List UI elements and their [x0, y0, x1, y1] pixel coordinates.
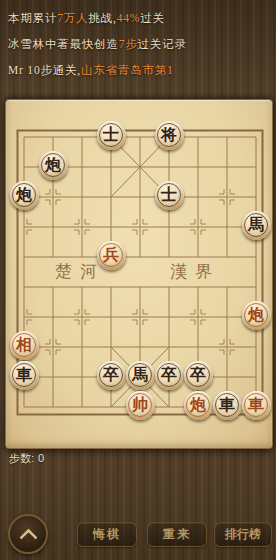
app-screen: 本期累计7万人挑战,44%过关 冰雪林中著最快创造7步过关记录 Mr 10步通关…	[0, 0, 276, 560]
text-segment: 冰雪林中著最快创造	[8, 38, 119, 50]
chevron-up-icon	[19, 528, 37, 546]
text-segment: 过关	[140, 12, 165, 24]
piece-red-cannon[interactable]: 炮	[242, 301, 271, 330]
piece-black-chariot[interactable]: 車	[10, 361, 39, 390]
piece-black-chariot[interactable]: 車	[213, 391, 242, 420]
piece-red-general[interactable]: 帅	[126, 391, 155, 420]
piece-black-cannon[interactable]: 炮	[10, 181, 39, 210]
text-segment: 7万人	[57, 12, 88, 24]
piece-black-cannon[interactable]: 炮	[39, 151, 68, 180]
piece-red-chariot[interactable]: 車	[242, 391, 271, 420]
text-segment: 本期累计	[8, 12, 57, 24]
piece-black-soldier[interactable]: 卒	[97, 361, 126, 390]
text-segment: Mr 10步通关,	[8, 64, 81, 76]
record-line: 冰雪林中著最快创造7步过关记录	[8, 37, 187, 52]
piece-black-horse[interactable]: 馬	[242, 211, 271, 240]
expand-button[interactable]	[8, 514, 48, 554]
move-counter-value: 0	[38, 452, 44, 464]
undo-move-button[interactable]: 悔棋	[77, 522, 137, 547]
text-segment: 44%	[117, 12, 140, 24]
leaderboard-button[interactable]: 排行榜	[214, 522, 272, 547]
player-rank-line: Mr 10步通关,山东省青岛市第1	[8, 63, 174, 78]
move-counter: 步数:0	[9, 451, 44, 466]
piece-black-soldier[interactable]: 卒	[155, 361, 184, 390]
piece-black-horse[interactable]: 馬	[126, 361, 155, 390]
text-segment: 7步	[119, 38, 138, 50]
text-segment: 挑战,	[88, 12, 116, 24]
piece-red-cannon[interactable]: 炮	[184, 391, 213, 420]
piece-black-advisor[interactable]: 士	[155, 181, 184, 210]
challenge-stats-line: 本期累计7万人挑战,44%过关	[8, 11, 165, 26]
piece-red-soldier[interactable]: 兵	[97, 241, 126, 270]
move-counter-label: 步数:	[9, 452, 34, 464]
text-segment: 山东省青岛市第1	[81, 64, 174, 76]
piece-red-elephant[interactable]: 相	[10, 331, 39, 360]
piece-black-soldier[interactable]: 卒	[184, 361, 213, 390]
text-segment: 过关记录	[138, 38, 187, 50]
piece-black-advisor[interactable]: 士	[97, 121, 126, 150]
restart-button[interactable]: 重来	[147, 522, 207, 547]
piece-black-general[interactable]: 将	[155, 121, 184, 150]
pieces-layer: 士将炮炮士馬兵炮相車卒馬卒卒帅炮車車	[6, 100, 272, 448]
xiangqi-board[interactable]: 楚河 漢界 士将炮炮士馬兵炮相車卒馬卒卒帅炮車車	[5, 99, 273, 449]
